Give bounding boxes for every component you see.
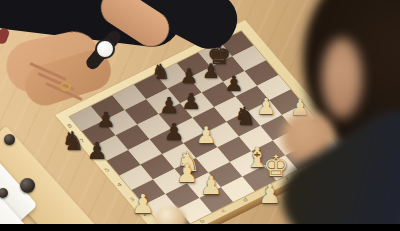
- piece-black-knight-off-board-rim[interactable]: ♞: [61, 128, 84, 154]
- gold-ring: [60, 82, 71, 91]
- piece-black-pawn-d5[interactable]: ♟: [164, 121, 185, 144]
- piece-black-pawn-d6[interactable]: ♟: [159, 95, 179, 117]
- file-label-c: c: [220, 208, 227, 214]
- piece-white-pawn-e2[interactable]: ♟: [258, 181, 281, 207]
- rank-label-4: 4: [116, 182, 124, 188]
- piece-black-pawn-e7[interactable]: ♟: [180, 66, 198, 86]
- piece-white-pawn-c2[interactable]: ♟: [200, 173, 222, 198]
- scene: 87654321abcdefgh ♞♟♟♟♟♚♟♟♟♟♞♞♞♟♟♟♝♚♟♟♟♟: [0, 0, 400, 231]
- piece-black-pawn-e6[interactable]: ♟: [181, 91, 201, 113]
- piece-white-pawn-d4[interactable]: ♟: [196, 124, 217, 147]
- piece-black-pawn-f7[interactable]: ♟: [202, 61, 220, 81]
- watch-face: [95, 39, 115, 59]
- piece-black-knight-e8[interactable]: ♞: [152, 62, 171, 83]
- piece-black-pawn-b7[interactable]: ♟: [97, 110, 116, 131]
- piece-white-pawn-c3[interactable]: ♟: [176, 161, 198, 186]
- piece-white-pawn-a3[interactable]: ♟: [131, 191, 154, 217]
- piece-black-pawn-a6[interactable]: ♟: [87, 140, 108, 163]
- right-player-ear: [322, 38, 362, 118]
- file-label-d: d: [242, 197, 249, 203]
- letterbox-bar: [0, 224, 400, 231]
- clock-button-2[interactable]: [20, 178, 35, 193]
- piece-black-pawn-g6[interactable]: ♟: [225, 74, 244, 95]
- piece-black-knight-f4[interactable]: ♞: [234, 104, 256, 129]
- piece-white-king-f2[interactable]: ♚: [263, 152, 289, 181]
- clock-button-1[interactable]: [4, 134, 15, 145]
- rank-label-5: 5: [103, 167, 111, 173]
- piece-white-pawn-g4[interactable]: ♟: [256, 96, 276, 118]
